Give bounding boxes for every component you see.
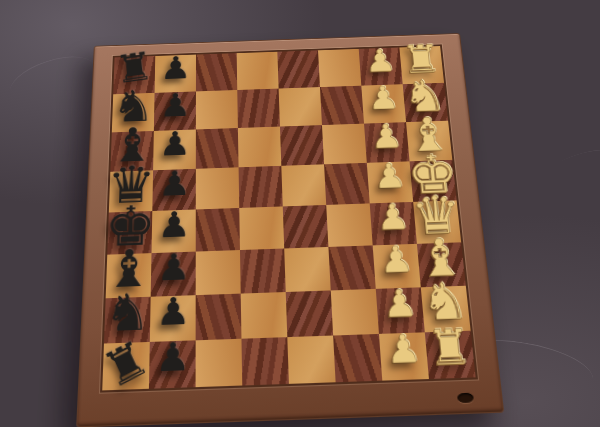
board-perspective-wrapper: ♜♟♟♜♞♟♟♞♝♟♟♝♛♟♟♚♚♟♟♛♝♟♟♝♞♟♟♞♜♟♟♜	[76, 33, 504, 427]
white-pawn: ♟	[378, 241, 414, 279]
square	[240, 248, 286, 293]
black-pawn: ♟	[156, 248, 190, 286]
square	[324, 163, 370, 205]
square	[281, 164, 326, 206]
black-pawn: ♟	[157, 206, 190, 242]
square	[328, 245, 375, 290]
square	[239, 206, 284, 250]
square	[280, 125, 324, 166]
scratch-mark	[489, 126, 600, 295]
white-pawn: ♟	[366, 81, 400, 114]
white-pawn: ♟	[384, 329, 422, 369]
black-pawn: ♟	[159, 89, 191, 122]
square	[284, 247, 331, 292]
black-pawn: ♟	[158, 166, 191, 201]
square	[318, 49, 361, 87]
square	[333, 334, 382, 382]
black-pawn: ♟	[160, 52, 191, 84]
square	[237, 52, 279, 90]
black-pawn: ♟	[155, 337, 190, 377]
square	[287, 336, 335, 384]
board-rotation-wrapper: ♜♟♟♜♞♟♟♞♝♟♟♝♛♟♟♚♚♟♟♛♝♟♟♝♞♟♟♞♜♟♟♜	[77, 7, 489, 421]
black-rook: ♜	[97, 332, 156, 396]
square	[239, 166, 283, 208]
black-pawn: ♟	[156, 292, 191, 331]
white-pawn: ♟	[381, 284, 418, 323]
square	[322, 124, 367, 165]
square	[320, 86, 364, 125]
square	[283, 205, 329, 249]
square	[196, 167, 239, 209]
square	[196, 128, 239, 169]
square	[196, 208, 240, 252]
white-rook: ♜	[425, 322, 473, 372]
square	[326, 203, 372, 247]
square	[196, 90, 238, 129]
square	[286, 290, 333, 337]
keyhole	[457, 393, 474, 403]
square: ♟	[149, 340, 196, 388]
square: ♟	[379, 332, 429, 380]
square	[196, 294, 242, 341]
square	[196, 53, 237, 91]
black-pawn: ♟	[158, 127, 190, 161]
white-pawn: ♟	[372, 158, 407, 193]
chess-board-frame: ♜♟♟♜♞♟♟♞♝♟♟♝♛♟♟♚♚♟♟♛♝♟♟♝♞♟♟♞♜♟♟♜	[76, 33, 504, 427]
square	[196, 339, 243, 387]
square	[196, 250, 241, 295]
square	[241, 337, 288, 385]
square	[277, 50, 320, 88]
square	[238, 127, 281, 168]
white-pawn: ♟	[369, 119, 404, 153]
square	[331, 289, 379, 336]
square	[237, 89, 280, 128]
square: ♜	[102, 342, 150, 390]
photo-background: ♜♟♟♜♞♟♟♞♝♟♟♝♛♟♟♚♚♟♟♛♝♟♟♝♞♟♟♞♜♟♟♜	[0, 0, 600, 427]
square: ♜	[425, 331, 476, 379]
chess-board: ♜♟♟♜♞♟♟♞♝♟♟♝♛♟♟♚♚♟♟♛♝♟♟♝♞♟♟♞♜♟♟♜	[100, 44, 478, 392]
square	[279, 87, 322, 126]
square	[241, 292, 288, 339]
white-pawn: ♟	[364, 45, 397, 77]
white-pawn: ♟	[375, 199, 411, 235]
